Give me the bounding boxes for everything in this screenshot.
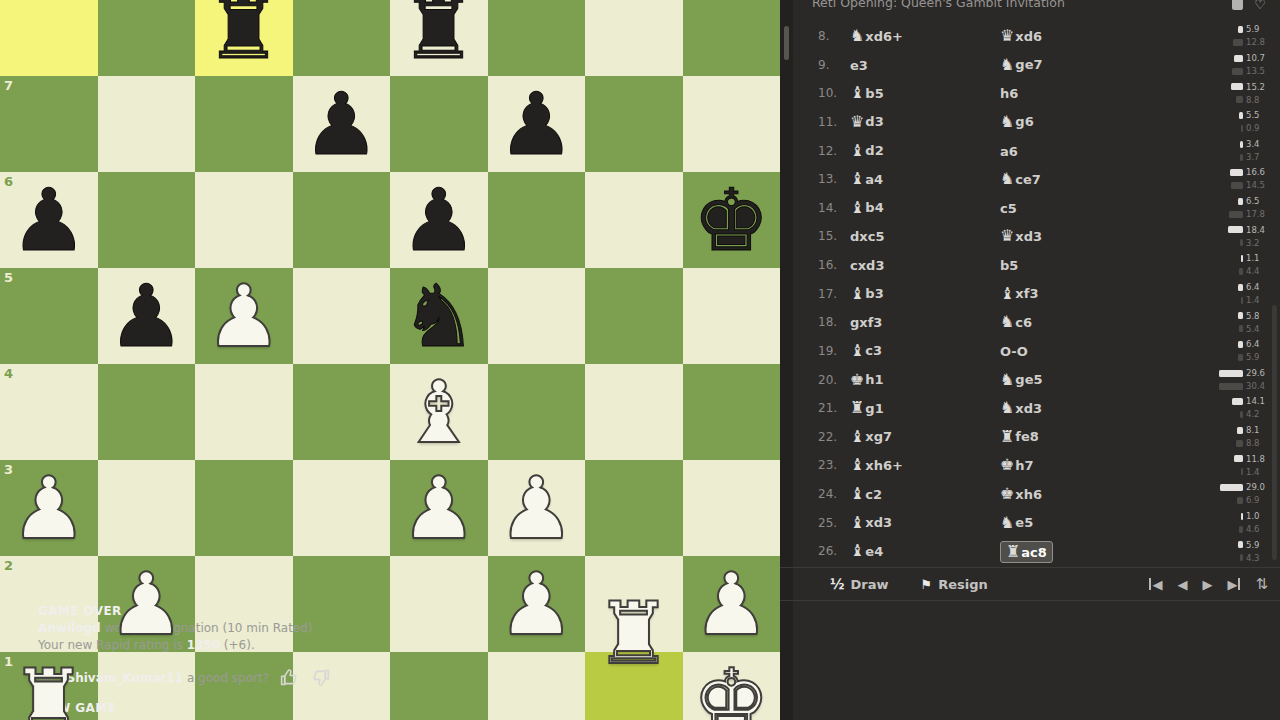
resign-label: Resign [938, 577, 988, 592]
square-h6[interactable]: ♚ [683, 172, 781, 268]
black-move[interactable]: ♞g6 [1000, 112, 1034, 132]
square-a4[interactable]: 4 [0, 364, 98, 460]
time-bar [1238, 341, 1243, 348]
game-controls: ½ Draw ⚑ Resign ◀ ◀ ▶ ▶ ⇅ [780, 567, 1280, 601]
thumbs-up-icon[interactable] [279, 667, 300, 688]
square-a3[interactable]: 3♟ [0, 460, 98, 556]
move-row-18: 18.gxf3♞c65.85.4 [780, 308, 1280, 337]
time-bar [1241, 255, 1243, 262]
move-times: 6.517.8 [1196, 195, 1268, 221]
square-f8[interactable] [488, 0, 586, 76]
square-a8[interactable]: 8 [0, 0, 98, 76]
time-value: 5.5 [1246, 111, 1268, 120]
move-text: c3 [865, 343, 882, 358]
piece-figurine: ♝ [850, 143, 864, 159]
move-row-11: 11.♛d3♞g65.50.9 [780, 108, 1280, 137]
move-times: 11.81.4 [1196, 452, 1268, 478]
square-f5[interactable] [488, 268, 586, 364]
piece-figurine: ♞ [850, 28, 864, 44]
move-number: 10. [818, 86, 837, 100]
piece-figurine: ♛ [850, 114, 864, 130]
move-times: 5.912.8 [1196, 23, 1268, 49]
time-value: 11.8 [1246, 455, 1268, 464]
white-move[interactable]: dxc5 [850, 227, 884, 247]
square-e7[interactable] [390, 76, 488, 172]
time-bar [1233, 39, 1243, 46]
white-move[interactable]: ♝d2 [850, 141, 884, 161]
piece-figurine: ♝ [850, 286, 864, 302]
move-text: xf3 [1015, 286, 1038, 301]
square-h2[interactable]: ♟ [683, 556, 781, 652]
move-text: e5 [1015, 515, 1033, 530]
white-rook-a1[interactable]: ♜ [0, 652, 98, 720]
move-times: 5.94.3 [1196, 538, 1268, 564]
black-move[interactable]: O-O [1000, 341, 1028, 361]
white-rook-g1[interactable]: ♜ [585, 585, 683, 681]
rank-label-7: 7 [4, 78, 13, 93]
move-row-19: 19.♝c3O-O6.45.9 [780, 337, 1280, 366]
move-times: 29.630.4 [1196, 367, 1268, 393]
black-move[interactable]: ♜fe8 [1000, 427, 1039, 447]
black-move[interactable]: ♚xh6 [1000, 484, 1042, 504]
black-pawn-a6[interactable]: ♟ [0, 172, 98, 268]
black-pawn-b5[interactable]: ♟ [98, 268, 196, 364]
white-pawn-b2[interactable]: ♟ [98, 556, 196, 652]
time-bar [1240, 554, 1243, 561]
white-move[interactable]: ♞xd6+ [850, 26, 903, 46]
move-text: a4 [865, 172, 883, 187]
time-value: 6.9 [1246, 496, 1268, 505]
move-navigation: ◀ ◀ ▶ ▶ ⇅ [1149, 575, 1268, 593]
square-f7[interactable]: ♟ [488, 76, 586, 172]
move-times: 1.04.6 [1196, 510, 1268, 536]
square-f2[interactable]: ♟ [488, 556, 586, 652]
move-text: d3 [865, 114, 883, 129]
thumbs-down-icon[interactable] [310, 667, 331, 688]
time-bar [1239, 526, 1243, 533]
move-number: 9. [818, 58, 829, 72]
half-point-icon: ½ [830, 576, 845, 592]
piece-figurine: ♞ [1000, 57, 1014, 73]
time-bar [1231, 182, 1243, 189]
move-number: 12. [818, 144, 837, 158]
time-value: 5.8 [1246, 312, 1268, 321]
black-move[interactable]: ♝xf3 [1000, 284, 1038, 304]
square-f4[interactable] [488, 364, 586, 460]
move-row-13: 13.♝a4♞ce716.614.5 [780, 165, 1280, 194]
last-move-bar-icon [1238, 578, 1240, 590]
time-bar [1229, 211, 1243, 218]
white-move[interactable]: ♝c2 [850, 484, 882, 504]
move-text: fe8 [1015, 429, 1039, 444]
move-number: 13. [818, 172, 837, 186]
time-bar [1234, 55, 1243, 62]
piece-figurine: ♝ [850, 457, 864, 473]
move-number: 26. [818, 544, 837, 558]
square-d8[interactable] [293, 0, 391, 76]
move-row-17: 17.♝b3♝xf36.41.4 [780, 280, 1280, 309]
square-e3[interactable]: ♟ [390, 460, 488, 556]
square-b8[interactable] [98, 0, 196, 76]
square-h4[interactable] [683, 364, 781, 460]
black-pawn-d7[interactable]: ♟ [293, 76, 391, 172]
move-text: a6 [1000, 144, 1018, 159]
move-text: xd6 [1015, 29, 1042, 44]
white-move[interactable]: gxf3 [850, 313, 882, 333]
piece-figurine: ♝ [850, 85, 864, 101]
black-move[interactable]: ♞c6 [1000, 312, 1032, 332]
square-g1[interactable]: ♜ [585, 652, 683, 720]
time-value: 3.7 [1246, 153, 1268, 162]
time-value: 8.8 [1246, 96, 1268, 105]
move-times: 3.43.7 [1196, 138, 1268, 164]
move-text: h1 [865, 372, 883, 387]
move-number: 15. [818, 229, 837, 243]
time-value: 12.8 [1246, 38, 1268, 47]
black-pawn-e6[interactable]: ♟ [390, 172, 488, 268]
move-row-9: 9.e3♞ge710.713.5 [780, 51, 1280, 80]
time-value: 14.1 [1246, 397, 1268, 406]
black-knight-e5[interactable]: ♞ [390, 268, 488, 364]
white-move[interactable]: ♚h1 [850, 370, 884, 390]
square-h3[interactable] [683, 460, 781, 556]
white-move[interactable]: ♝a4 [850, 169, 883, 189]
move-row-25: 25.♝xd3♞e51.04.6 [780, 509, 1280, 538]
time-value: 3.4 [1246, 140, 1268, 149]
piece-figurine: ♞ [1000, 114, 1014, 130]
white-pawn-a3[interactable]: ♟ [0, 460, 98, 556]
move-row-8: 8.♞xd6+♛xd65.912.8 [780, 22, 1280, 51]
square-f6[interactable] [488, 172, 586, 268]
square-b7[interactable] [98, 76, 196, 172]
piece-figurine: ♝ [850, 429, 864, 445]
time-bar [1232, 398, 1243, 405]
piece-figurine: ♞ [1000, 171, 1014, 187]
black-move[interactable]: ♞e5 [1000, 513, 1033, 533]
black-rook-e8[interactable]: ♜ [390, 0, 488, 76]
piece-figurine: ♝ [850, 343, 864, 359]
time-value: 6.5 [1246, 197, 1268, 206]
move-text: d2 [865, 143, 883, 158]
time-bar [1231, 83, 1243, 90]
square-c5[interactable]: ♟ [195, 268, 293, 364]
time-value: 4.3 [1246, 554, 1268, 563]
time-bar [1241, 125, 1243, 132]
move-text: dxc5 [850, 229, 884, 244]
white-pawn-f3[interactable]: ♟ [488, 460, 586, 556]
move-times: 15.28.8 [1196, 80, 1268, 106]
move-text: O-O [1000, 344, 1028, 359]
white-pawn-e3[interactable]: ♟ [390, 460, 488, 556]
time-bar [1234, 455, 1243, 462]
rank-label-2: 2 [4, 558, 13, 573]
time-value: 4.2 [1246, 410, 1268, 419]
black-move[interactable]: ♛xd6 [1000, 26, 1042, 46]
resign-button[interactable]: ⚑ Resign [920, 577, 987, 592]
black-move[interactable]: ♞ce7 [1000, 169, 1041, 189]
square-e6[interactable]: ♟ [390, 172, 488, 268]
move-text: c2 [865, 487, 882, 502]
move-times: 18.43.2 [1196, 223, 1268, 249]
square-h8[interactable] [683, 0, 781, 76]
move-row-10: 10.♝b5h615.28.8 [780, 79, 1280, 108]
time-value: 13.5 [1246, 67, 1268, 76]
time-bar [1238, 312, 1243, 319]
piece-figurine: ♜ [1006, 544, 1020, 560]
white-king-h1[interactable]: ♚ [683, 652, 781, 720]
piece-figurine: ♚ [850, 372, 864, 388]
square-b4[interactable] [98, 364, 196, 460]
square-g8[interactable] [585, 0, 683, 76]
time-value: 29.6 [1246, 369, 1268, 378]
square-b6[interactable] [98, 172, 196, 268]
move-times: 29.06.9 [1196, 481, 1268, 507]
black-move[interactable]: b5 [1000, 256, 1018, 276]
white-move[interactable]: e3 [850, 55, 868, 75]
opening-book-icon[interactable] [1232, 0, 1243, 10]
time-bar [1240, 154, 1243, 161]
time-bar [1240, 141, 1243, 148]
square-d6[interactable] [293, 172, 391, 268]
time-value: 16.6 [1246, 168, 1268, 177]
time-value: 1.0 [1246, 512, 1268, 521]
black-move[interactable]: ♛xd3 [1000, 226, 1042, 246]
move-text: c5 [1000, 201, 1017, 216]
black-move[interactable]: ♞ge5 [1000, 370, 1043, 390]
square-b2[interactable]: ♟ [98, 556, 196, 652]
white-bishop-e4[interactable]: ♝ [390, 364, 488, 460]
piece-figurine: ♞ [1000, 314, 1014, 330]
square-d3[interactable] [293, 460, 391, 556]
first-move-button[interactable]: ◀ [1149, 577, 1162, 592]
move-row-24: 24.♝c2♚xh629.06.9 [780, 480, 1280, 509]
white-move[interactable]: ♝b5 [850, 83, 884, 103]
square-c8[interactable]: ♜ [195, 0, 293, 76]
time-value: 0.9 [1246, 124, 1268, 133]
time-bar [1237, 497, 1243, 504]
move-number: 18. [818, 315, 837, 329]
square-g4[interactable] [585, 364, 683, 460]
black-move[interactable]: ♜ac8 [1000, 541, 1053, 563]
square-a5[interactable]: 5 [0, 268, 98, 364]
time-bar [1238, 354, 1243, 361]
move-row-22: 22.♝xg7♜fe88.18.8 [780, 423, 1280, 452]
move-text: g6 [1015, 114, 1033, 129]
move-text: cxd3 [850, 258, 884, 273]
move-times: 6.45.9 [1196, 338, 1268, 364]
piece-figurine: ♝ [850, 171, 864, 187]
time-bar [1230, 169, 1243, 176]
square-c7[interactable] [195, 76, 293, 172]
white-move[interactable]: cxd3 [850, 256, 884, 276]
time-bar [1236, 440, 1243, 447]
draw-label: Draw [851, 577, 889, 592]
time-value: 18.4 [1246, 226, 1268, 235]
move-times: 1.14.4 [1196, 252, 1268, 278]
move-text: c6 [1015, 315, 1032, 330]
piece-figurine: ♝ [850, 543, 864, 559]
black-move[interactable]: ♞ge7 [1000, 55, 1043, 75]
move-text: xd3 [1015, 229, 1042, 244]
move-number: 23. [818, 458, 837, 472]
move-text: xh6+ [865, 458, 903, 473]
time-bar [1239, 325, 1243, 332]
good-sport-row: Was Shivam_Kumar11 a good sport? [38, 667, 468, 688]
square-d5[interactable] [293, 268, 391, 364]
move-text: h7 [1015, 458, 1033, 473]
move-text: gxf3 [850, 315, 882, 330]
square-h7[interactable] [683, 76, 781, 172]
move-number: 22. [818, 430, 837, 444]
square-c3[interactable] [195, 460, 293, 556]
winner-name: Anwilogd [38, 621, 101, 635]
last-move-button[interactable]: ▶ [1227, 577, 1240, 592]
time-bar [1239, 112, 1243, 119]
time-value: 14.5 [1246, 181, 1268, 190]
square-g5[interactable] [585, 268, 683, 364]
black-rook-c8[interactable]: ♜ [195, 0, 293, 76]
square-h1[interactable]: ♚ [683, 652, 781, 720]
time-bar [1241, 468, 1243, 475]
white-move[interactable]: ♝e4 [850, 541, 883, 561]
time-bar [1240, 411, 1243, 418]
square-a6[interactable]: 6♟ [0, 172, 98, 268]
square-c4[interactable] [195, 364, 293, 460]
white-move[interactable]: ♜g1 [850, 398, 884, 418]
square-g3[interactable] [585, 460, 683, 556]
white-move[interactable]: ♝xh6+ [850, 455, 903, 475]
square-a1[interactable]: 1♜ [0, 652, 98, 720]
white-move[interactable]: ♝b4 [850, 198, 884, 218]
time-value: 8.8 [1246, 439, 1268, 448]
first-move-bar-icon [1149, 578, 1151, 590]
time-value: 1.1 [1246, 254, 1268, 263]
time-value: 4.6 [1246, 525, 1268, 534]
time-value: 30.4 [1246, 382, 1268, 391]
white-move[interactable]: ♝xg7 [850, 427, 892, 447]
time-value: 5.9 [1246, 541, 1268, 550]
black-king-h6[interactable]: ♚ [683, 172, 781, 268]
move-number: 11. [818, 115, 837, 129]
piece-figurine: ♝ [850, 200, 864, 216]
resign-flag-icon: ⚑ [920, 577, 932, 592]
white-move[interactable]: ♛d3 [850, 112, 884, 132]
rank-label-5: 5 [4, 270, 13, 285]
time-bar [1238, 26, 1243, 33]
move-times: 6.41.4 [1196, 281, 1268, 307]
square-c6[interactable] [195, 172, 293, 268]
move-times: 10.713.5 [1196, 52, 1268, 78]
black-move[interactable]: h6 [1000, 84, 1018, 104]
game-panel: Réti Opening: Queen's Gambit Invitation … [780, 0, 1280, 720]
time-value: 6.4 [1246, 283, 1268, 292]
draw-button[interactable]: ½ Draw [830, 576, 888, 592]
move-row-26: 26.♝e4♜ac85.94.3 [780, 537, 1280, 566]
square-e5[interactable]: ♞ [390, 268, 488, 364]
piece-figurine: ♞ [1000, 515, 1014, 531]
piece-figurine: ♛ [1000, 28, 1014, 44]
new-game-title: NEW GAME [38, 701, 468, 715]
square-d7[interactable]: ♟ [293, 76, 391, 172]
white-move[interactable]: ♝b3 [850, 284, 884, 304]
square-h5[interactable] [683, 268, 781, 364]
square-b3[interactable] [98, 460, 196, 556]
black-move[interactable]: a6 [1000, 141, 1018, 161]
move-number: 8. [818, 29, 829, 43]
square-e4[interactable]: ♝ [390, 364, 488, 460]
square-d4[interactable] [293, 364, 391, 460]
move-row-12: 12.♝d2a63.43.7 [780, 137, 1280, 166]
piece-figurine: ♞ [1000, 372, 1014, 388]
time-value: 4.4 [1246, 267, 1268, 276]
piece-figurine: ♝ [1000, 286, 1014, 302]
time-value: 5.9 [1246, 353, 1268, 362]
move-text: g1 [865, 401, 883, 416]
heart-icon[interactable]: ♡ [1254, 0, 1266, 11]
time-bar [1237, 427, 1243, 434]
move-number: 21. [818, 401, 837, 415]
time-value: 1.4 [1246, 468, 1268, 477]
move-text: b3 [865, 286, 883, 301]
move-row-20: 20.♚h1♞ge529.630.4 [780, 366, 1280, 395]
flip-board-icon[interactable]: ⇅ [1255, 575, 1268, 593]
piece-figurine: ♚ [1000, 457, 1014, 473]
move-number: 25. [818, 516, 837, 530]
time-value: 3.2 [1246, 239, 1268, 248]
square-e8[interactable]: ♜ [390, 0, 488, 76]
move-text: xh6 [1015, 487, 1042, 502]
time-bar [1232, 68, 1243, 75]
move-text: ac8 [1021, 545, 1047, 560]
white-move[interactable]: ♝c3 [850, 341, 882, 361]
time-bar [1240, 239, 1243, 246]
white-move[interactable]: ♝xd3 [850, 513, 892, 533]
square-g7[interactable] [585, 76, 683, 172]
move-list: 8.♞xd6+♛xd65.912.89.e3♞ge710.713.510.♝b5… [780, 22, 1280, 567]
time-bar [1228, 226, 1243, 233]
opening-name: Réti Opening: Queen's Gambit Invitation [812, 0, 1065, 10]
next-move-button[interactable]: ▶ [1202, 577, 1212, 592]
time-bar [1238, 541, 1243, 548]
black-move[interactable]: c5 [1000, 198, 1017, 218]
time-value: 10.7 [1246, 54, 1268, 63]
move-row-14: 14.♝b4c56.517.8 [780, 194, 1280, 223]
square-f1[interactable] [488, 652, 586, 720]
time-bar [1220, 484, 1243, 491]
black-move[interactable]: ♚h7 [1000, 455, 1034, 475]
white-pawn-h2[interactable]: ♟ [683, 556, 781, 652]
square-a7[interactable]: 7 [0, 76, 98, 172]
white-pawn-f2[interactable]: ♟ [488, 556, 586, 652]
chess-app: { "game": "chess", "opening": "Réti Open… [0, 0, 1280, 720]
square-g6[interactable] [585, 172, 683, 268]
black-pawn-f7[interactable]: ♟ [488, 76, 586, 172]
prev-move-button[interactable]: ◀ [1177, 577, 1187, 592]
move-row-21: 21.♜g1♞xd314.14.2 [780, 394, 1280, 423]
move-text: b5 [865, 86, 883, 101]
move-number: 16. [818, 258, 837, 272]
square-b5[interactable]: ♟ [98, 268, 196, 364]
black-move[interactable]: ♞xd3 [1000, 398, 1042, 418]
header-icons: ♡ [1232, 0, 1266, 11]
square-f3[interactable]: ♟ [488, 460, 586, 556]
move-text: e4 [865, 544, 883, 559]
time-bar [1239, 268, 1243, 275]
move-number: 24. [818, 487, 837, 501]
white-pawn-c5[interactable]: ♟ [195, 268, 293, 364]
move-times: 14.14.2 [1196, 395, 1268, 421]
move-row-16: 16.cxd3b51.14.4 [780, 251, 1280, 280]
